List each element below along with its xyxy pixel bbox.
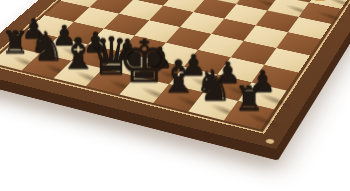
black-bishop-piece: ♝ (159, 55, 199, 97)
chess-set-product-photo: ♜♞♝♛♚♝♞♜♟♟♟♟♟♟♟♟♟♟♟♟♟♟♟♟♜♞♝♛♚♝♞♜ (0, 0, 350, 191)
chess-board: ♜♞♝♛♚♝♞♜♟♟♟♟♟♟♟♟♟♟♟♟♟♟♟♟♜♞♝♛♚♝♞♜ (0, 0, 350, 149)
black-rook-piece: ♜ (1, 28, 29, 58)
white-pawn-piece: ♟ (308, 0, 332, 12)
square-h3 (288, 17, 331, 39)
scene: ♜♞♝♛♚♝♞♜♟♟♟♟♟♟♟♟♟♟♟♟♟♟♟♟♜♞♝♛♚♝♞♜ (0, 0, 350, 191)
board-inlay-line: ♜♞♝♛♚♝♞♜♟♟♟♟♟♟♟♟♟♟♟♟♟♟♟♟♜♞♝♛♚♝♞♜ (0, 0, 350, 133)
corner-dot (265, 138, 276, 144)
board-grid: ♜♞♝♛♚♝♞♜♟♟♟♟♟♟♟♟♟♟♟♟♟♟♟♟♜♞♝♛♚♝♞♜ (0, 0, 350, 129)
black-rook-piece: ♜ (234, 82, 265, 114)
black-knight-piece: ♞ (194, 65, 232, 106)
white-pawn-piece: ♟ (277, 0, 300, 6)
